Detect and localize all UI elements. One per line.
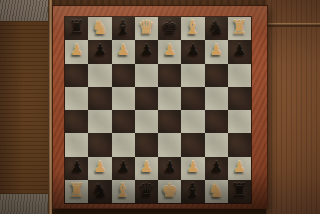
square-b7[interactable]: ♟: [88, 40, 111, 63]
square-h6[interactable]: [228, 64, 251, 87]
square-g8[interactable]: ♞: [205, 17, 228, 40]
square-h4[interactable]: [228, 110, 251, 133]
square-f4[interactable]: [181, 110, 204, 133]
square-h3[interactable]: [228, 133, 251, 156]
gold-rook[interactable]: ♜: [68, 181, 85, 200]
square-c4[interactable]: [112, 110, 135, 133]
square-g1[interactable]: ♞: [205, 180, 228, 203]
square-d8[interactable]: ♛: [135, 17, 158, 40]
square-f6[interactable]: [181, 64, 204, 87]
gold-pawn[interactable]: ♟: [163, 43, 176, 58]
square-b1[interactable]: ♞: [88, 180, 111, 203]
gold-pawn[interactable]: ♟: [209, 43, 222, 58]
square-c8[interactable]: ♝: [112, 17, 135, 40]
square-a6[interactable]: [65, 64, 88, 87]
square-c3[interactable]: [112, 133, 135, 156]
chess-board: ♜♞♝♛♚♝♞♜♟♟♟♟♟♟♟♟♟♟♟♟♟♟♟♟♜♞♝♛♚♝♞♜: [64, 16, 252, 204]
square-e2[interactable]: ♟: [158, 157, 181, 180]
square-a2[interactable]: ♟: [65, 157, 88, 180]
square-b8[interactable]: ♞: [88, 17, 111, 40]
square-g4[interactable]: [205, 110, 228, 133]
square-d4[interactable]: [135, 110, 158, 133]
gold-pawn[interactable]: ♟: [233, 160, 246, 175]
black-queen[interactable]: ♛: [138, 181, 155, 200]
square-a3[interactable]: [65, 133, 88, 156]
square-d6[interactable]: [135, 64, 158, 87]
black-pawn[interactable]: ♟: [116, 160, 129, 175]
square-e4[interactable]: [158, 110, 181, 133]
square-a1[interactable]: ♜: [65, 180, 88, 203]
square-h8[interactable]: ♜: [228, 17, 251, 40]
gold-pawn[interactable]: ♟: [116, 43, 129, 58]
gold-pawn[interactable]: ♟: [70, 43, 83, 58]
black-pawn[interactable]: ♟: [70, 160, 83, 175]
square-f3[interactable]: [181, 133, 204, 156]
square-d5[interactable]: [135, 87, 158, 110]
gold-rook[interactable]: ♜: [231, 18, 248, 37]
table-plank-seam-horizontal: [266, 23, 320, 27]
square-d1[interactable]: ♛: [135, 180, 158, 203]
square-e8[interactable]: ♚: [158, 17, 181, 40]
square-b6[interactable]: [88, 64, 111, 87]
square-b5[interactable]: [88, 87, 111, 110]
square-g6[interactable]: [205, 64, 228, 87]
square-a5[interactable]: [65, 87, 88, 110]
square-a7[interactable]: ♟: [65, 40, 88, 63]
table-plank-right: [266, 0, 320, 214]
table-endgrain-top-left: [0, 0, 50, 21]
black-pawn[interactable]: ♟: [209, 160, 222, 175]
square-e5[interactable]: [158, 87, 181, 110]
black-knight[interactable]: ♞: [91, 181, 108, 200]
black-rook[interactable]: ♜: [68, 18, 85, 37]
square-c1[interactable]: ♝: [112, 180, 135, 203]
black-rook[interactable]: ♜: [231, 181, 248, 200]
square-c6[interactable]: [112, 64, 135, 87]
square-c2[interactable]: ♟: [112, 157, 135, 180]
gold-bishop[interactable]: ♝: [115, 181, 132, 200]
square-g3[interactable]: [205, 133, 228, 156]
square-c7[interactable]: ♟: [112, 40, 135, 63]
square-h5[interactable]: [228, 87, 251, 110]
square-c5[interactable]: [112, 87, 135, 110]
square-e6[interactable]: [158, 64, 181, 87]
square-d7[interactable]: ♟: [135, 40, 158, 63]
gold-bishop[interactable]: ♝: [184, 18, 201, 37]
black-pawn[interactable]: ♟: [140, 43, 153, 58]
gold-knight[interactable]: ♞: [91, 18, 108, 37]
square-f2[interactable]: ♟: [181, 157, 204, 180]
square-f5[interactable]: [181, 87, 204, 110]
black-bishop[interactable]: ♝: [115, 18, 132, 37]
gold-pawn[interactable]: ♟: [140, 160, 153, 175]
square-f7[interactable]: ♟: [181, 40, 204, 63]
black-pawn[interactable]: ♟: [93, 43, 106, 58]
square-g2[interactable]: ♟: [205, 157, 228, 180]
square-h1[interactable]: ♜: [228, 180, 251, 203]
square-a4[interactable]: [65, 110, 88, 133]
black-knight[interactable]: ♞: [208, 18, 225, 37]
black-bishop[interactable]: ♝: [184, 181, 201, 200]
square-g7[interactable]: ♟: [205, 40, 228, 63]
square-d3[interactable]: [135, 133, 158, 156]
square-b4[interactable]: [88, 110, 111, 133]
square-g5[interactable]: [205, 87, 228, 110]
table-endgrain-bottom-left: [0, 194, 50, 214]
black-king[interactable]: ♚: [161, 18, 178, 37]
square-b3[interactable]: [88, 133, 111, 156]
square-e3[interactable]: [158, 133, 181, 156]
table-plank-left: [0, 0, 52, 214]
square-h2[interactable]: ♟: [228, 157, 251, 180]
square-h7[interactable]: ♟: [228, 40, 251, 63]
gold-knight[interactable]: ♞: [208, 181, 225, 200]
square-e1[interactable]: ♚: [158, 180, 181, 203]
gold-pawn[interactable]: ♟: [186, 160, 199, 175]
gold-queen[interactable]: ♛: [138, 18, 155, 37]
square-b2[interactable]: ♟: [88, 157, 111, 180]
photo-chess-scene: ♜♞♝♛♚♝♞♜♟♟♟♟♟♟♟♟♟♟♟♟♟♟♟♟♜♞♝♛♚♝♞♜: [0, 0, 320, 214]
square-e7[interactable]: ♟: [158, 40, 181, 63]
square-a8[interactable]: ♜: [65, 17, 88, 40]
chess-board-frame: ♜♞♝♛♚♝♞♜♟♟♟♟♟♟♟♟♟♟♟♟♟♟♟♟♜♞♝♛♚♝♞♜: [52, 5, 268, 209]
square-d2[interactable]: ♟: [135, 157, 158, 180]
gold-pawn[interactable]: ♟: [93, 160, 106, 175]
black-pawn[interactable]: ♟: [186, 43, 199, 58]
square-f8[interactable]: ♝: [181, 17, 204, 40]
black-pawn[interactable]: ♟: [163, 160, 176, 175]
black-pawn[interactable]: ♟: [233, 43, 246, 58]
gold-king[interactable]: ♚: [161, 181, 178, 200]
square-f1[interactable]: ♝: [181, 180, 204, 203]
